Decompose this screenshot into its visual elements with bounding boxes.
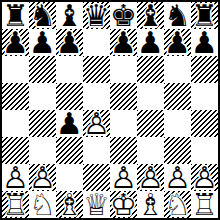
square-a1[interactable]: ♜♖ bbox=[2, 191, 29, 218]
square-g3[interactable] bbox=[164, 137, 191, 164]
square-d2[interactable] bbox=[83, 164, 110, 191]
square-h7[interactable]: ♟♟ bbox=[191, 29, 218, 56]
black-bishop[interactable]: ♝ bbox=[56, 2, 83, 29]
square-f2[interactable]: ♟♙ bbox=[137, 164, 164, 191]
square-f3[interactable] bbox=[137, 137, 164, 164]
white-pawn[interactable]: ♙ bbox=[191, 164, 218, 191]
white-knight-fill: ♞ bbox=[29, 191, 56, 218]
white-queen-fill: ♛ bbox=[83, 191, 110, 218]
white-rook[interactable]: ♖ bbox=[2, 191, 29, 218]
square-d8[interactable]: ♛♛ bbox=[83, 2, 110, 29]
square-a8[interactable]: ♜♜ bbox=[2, 2, 29, 29]
square-a3[interactable] bbox=[2, 137, 29, 164]
square-a6[interactable] bbox=[2, 56, 29, 83]
square-d1[interactable]: ♛♕ bbox=[83, 191, 110, 218]
square-h3[interactable] bbox=[191, 137, 218, 164]
square-f6[interactable] bbox=[137, 56, 164, 83]
chess-diagram: ♜♜♞♞♝♝♛♛♚♚♝♝♞♞♜♜♟♟♟♟♟♟♟♟♟♟♟♟♟♟♟♟♟♙♟♙♟♙♟♙… bbox=[0, 0, 220, 220]
white-pawn-fill: ♟ bbox=[29, 164, 56, 191]
black-pawn[interactable]: ♟ bbox=[29, 29, 56, 56]
white-pawn[interactable]: ♙ bbox=[110, 164, 137, 191]
square-f1[interactable]: ♝♗ bbox=[137, 191, 164, 218]
square-h2[interactable]: ♟♙ bbox=[191, 164, 218, 191]
black-rook-fill: ♜ bbox=[2, 2, 29, 29]
square-e7[interactable]: ♟♟ bbox=[110, 29, 137, 56]
square-c3[interactable] bbox=[56, 137, 83, 164]
square-b1[interactable]: ♞♘ bbox=[29, 191, 56, 218]
black-knight-fill: ♞ bbox=[164, 2, 191, 29]
square-d6[interactable] bbox=[83, 56, 110, 83]
black-knight-fill: ♞ bbox=[29, 2, 56, 29]
square-h5[interactable] bbox=[191, 83, 218, 110]
square-f7[interactable]: ♟♟ bbox=[137, 29, 164, 56]
square-e6[interactable] bbox=[110, 56, 137, 83]
square-a4[interactable] bbox=[2, 110, 29, 137]
square-g8[interactable]: ♞♞ bbox=[164, 2, 191, 29]
white-pawn[interactable]: ♙ bbox=[2, 164, 29, 191]
white-bishop[interactable]: ♗ bbox=[137, 191, 164, 218]
black-pawn[interactable]: ♟ bbox=[164, 29, 191, 56]
white-bishop-fill: ♝ bbox=[137, 191, 164, 218]
black-queen-fill: ♛ bbox=[83, 2, 110, 29]
square-c7[interactable]: ♟♟ bbox=[56, 29, 83, 56]
square-a7[interactable]: ♟♟ bbox=[2, 29, 29, 56]
black-pawn-fill: ♟ bbox=[137, 29, 164, 56]
black-knight[interactable]: ♞ bbox=[29, 2, 56, 29]
white-pawn-fill: ♟ bbox=[164, 164, 191, 191]
black-queen[interactable]: ♛ bbox=[83, 2, 110, 29]
square-c6[interactable] bbox=[56, 56, 83, 83]
square-d3[interactable] bbox=[83, 137, 110, 164]
square-e5[interactable] bbox=[110, 83, 137, 110]
white-pawn-fill: ♟ bbox=[83, 110, 110, 137]
square-g7[interactable]: ♟♟ bbox=[164, 29, 191, 56]
square-a2[interactable]: ♟♙ bbox=[2, 164, 29, 191]
black-pawn-fill: ♟ bbox=[56, 110, 83, 137]
white-rook[interactable]: ♖ bbox=[191, 191, 218, 218]
square-d5[interactable] bbox=[83, 83, 110, 110]
white-pawn[interactable]: ♙ bbox=[164, 164, 191, 191]
black-knight[interactable]: ♞ bbox=[164, 2, 191, 29]
square-f5[interactable] bbox=[137, 83, 164, 110]
white-rook-fill: ♜ bbox=[2, 191, 29, 218]
square-b4[interactable] bbox=[29, 110, 56, 137]
square-c1[interactable]: ♝♗ bbox=[56, 191, 83, 218]
square-h8[interactable]: ♜♜ bbox=[191, 2, 218, 29]
square-b2[interactable]: ♟♙ bbox=[29, 164, 56, 191]
square-d4[interactable]: ♟♙ bbox=[83, 110, 110, 137]
square-g6[interactable] bbox=[164, 56, 191, 83]
white-knight[interactable]: ♘ bbox=[164, 191, 191, 218]
black-pawn[interactable]: ♟ bbox=[137, 29, 164, 56]
square-b7[interactable]: ♟♟ bbox=[29, 29, 56, 56]
square-e1[interactable]: ♚♔ bbox=[110, 191, 137, 218]
black-pawn-fill: ♟ bbox=[29, 29, 56, 56]
black-rook[interactable]: ♜ bbox=[191, 2, 218, 29]
black-pawn-fill: ♟ bbox=[2, 29, 29, 56]
square-e3[interactable] bbox=[110, 137, 137, 164]
black-rook-fill: ♜ bbox=[191, 2, 218, 29]
square-a5[interactable] bbox=[2, 83, 29, 110]
square-e2[interactable]: ♟♙ bbox=[110, 164, 137, 191]
black-pawn-fill: ♟ bbox=[110, 29, 137, 56]
square-h6[interactable] bbox=[191, 56, 218, 83]
square-e4[interactable] bbox=[110, 110, 137, 137]
black-pawn[interactable]: ♟ bbox=[2, 29, 29, 56]
black-bishop-fill: ♝ bbox=[56, 2, 83, 29]
black-bishop[interactable]: ♝ bbox=[137, 2, 164, 29]
white-pawn-fill: ♟ bbox=[2, 164, 29, 191]
square-d7[interactable] bbox=[83, 29, 110, 56]
white-rook-fill: ♜ bbox=[191, 191, 218, 218]
black-pawn[interactable]: ♟ bbox=[110, 29, 137, 56]
square-h4[interactable] bbox=[191, 110, 218, 137]
black-bishop-fill: ♝ bbox=[137, 2, 164, 29]
square-c8[interactable]: ♝♝ bbox=[56, 2, 83, 29]
white-knight-fill: ♞ bbox=[164, 191, 191, 218]
white-king[interactable]: ♔ bbox=[110, 191, 137, 218]
square-c2[interactable] bbox=[56, 164, 83, 191]
square-b6[interactable] bbox=[29, 56, 56, 83]
square-g1[interactable]: ♞♘ bbox=[164, 191, 191, 218]
square-g2[interactable]: ♟♙ bbox=[164, 164, 191, 191]
square-b8[interactable]: ♞♞ bbox=[29, 2, 56, 29]
black-pawn-fill: ♟ bbox=[164, 29, 191, 56]
square-h1[interactable]: ♜♖ bbox=[191, 191, 218, 218]
black-pawn-fill: ♟ bbox=[56, 29, 83, 56]
white-pawn-fill: ♟ bbox=[110, 164, 137, 191]
white-king-fill: ♚ bbox=[110, 191, 137, 218]
black-pawn-fill: ♟ bbox=[191, 29, 218, 56]
white-pawn-fill: ♟ bbox=[137, 164, 164, 191]
chess-board: ♜♜♞♞♝♝♛♛♚♚♝♝♞♞♜♜♟♟♟♟♟♟♟♟♟♟♟♟♟♟♟♟♟♙♟♙♟♙♟♙… bbox=[0, 0, 220, 220]
black-pawn[interactable]: ♟ bbox=[56, 29, 83, 56]
square-f8[interactable]: ♝♝ bbox=[137, 2, 164, 29]
black-pawn[interactable]: ♟ bbox=[56, 110, 83, 137]
black-rook[interactable]: ♜ bbox=[2, 2, 29, 29]
black-king-fill: ♚ bbox=[110, 2, 137, 29]
white-pawn[interactable]: ♙ bbox=[29, 164, 56, 191]
square-g5[interactable] bbox=[164, 83, 191, 110]
square-b3[interactable] bbox=[29, 137, 56, 164]
white-knight[interactable]: ♘ bbox=[29, 191, 56, 218]
square-f4[interactable] bbox=[137, 110, 164, 137]
square-c4[interactable]: ♟♟ bbox=[56, 110, 83, 137]
black-king[interactable]: ♚ bbox=[110, 2, 137, 29]
square-g4[interactable] bbox=[164, 110, 191, 137]
white-bishop[interactable]: ♗ bbox=[56, 191, 83, 218]
square-b5[interactable] bbox=[29, 83, 56, 110]
white-pawn[interactable]: ♙ bbox=[137, 164, 164, 191]
white-bishop-fill: ♝ bbox=[56, 191, 83, 218]
white-queen[interactable]: ♕ bbox=[83, 191, 110, 218]
white-pawn-fill: ♟ bbox=[191, 164, 218, 191]
white-pawn[interactable]: ♙ bbox=[83, 110, 110, 137]
black-pawn[interactable]: ♟ bbox=[191, 29, 218, 56]
square-c5[interactable] bbox=[56, 83, 83, 110]
square-e8[interactable]: ♚♚ bbox=[110, 2, 137, 29]
